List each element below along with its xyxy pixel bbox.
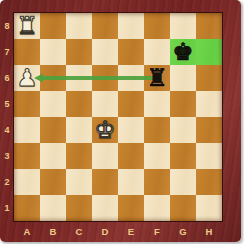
rank-label-7: 7 — [0, 39, 14, 65]
square-g6[interactable] — [170, 65, 196, 91]
file-label-a: A — [14, 221, 40, 239]
square-g2[interactable] — [170, 169, 196, 195]
square-h3[interactable] — [196, 143, 222, 169]
square-f4[interactable] — [144, 117, 170, 143]
rank-label-6: 6 — [0, 65, 14, 91]
square-d2[interactable] — [92, 169, 118, 195]
square-a8[interactable]: ♜ — [14, 13, 40, 39]
square-b3[interactable] — [40, 143, 66, 169]
square-g3[interactable] — [170, 143, 196, 169]
square-e5[interactable] — [118, 91, 144, 117]
square-g8[interactable] — [170, 13, 196, 39]
file-label-h: H — [196, 221, 222, 239]
square-b7[interactable] — [40, 39, 66, 65]
square-a7[interactable] — [14, 39, 40, 65]
chess-diagram: 87654321 ABCDEFGH ♜♚♟♜♚ — [0, 0, 244, 244]
square-b5[interactable] — [40, 91, 66, 117]
square-e3[interactable] — [118, 143, 144, 169]
square-b2[interactable] — [40, 169, 66, 195]
board-grid: ♜♚♟♜♚ — [14, 13, 222, 221]
file-labels: ABCDEFGH — [14, 221, 222, 239]
square-f3[interactable] — [144, 143, 170, 169]
square-c1[interactable] — [66, 195, 92, 221]
board-area: ♜♚♟♜♚ — [14, 13, 222, 221]
square-e4[interactable] — [118, 117, 144, 143]
rank-label-5: 5 — [0, 91, 14, 117]
square-d8[interactable] — [92, 13, 118, 39]
rank-label-3: 3 — [0, 143, 14, 169]
square-e7[interactable] — [118, 39, 144, 65]
square-f2[interactable] — [144, 169, 170, 195]
rank-label-1: 1 — [0, 195, 14, 221]
file-label-g: G — [170, 221, 196, 239]
rank-labels: 87654321 — [0, 13, 14, 221]
black-rook[interactable]: ♜ — [144, 65, 170, 91]
square-e8[interactable] — [118, 13, 144, 39]
square-a3[interactable] — [14, 143, 40, 169]
square-g1[interactable] — [170, 195, 196, 221]
file-label-e: E — [118, 221, 144, 239]
file-label-f: F — [144, 221, 170, 239]
square-h4[interactable] — [196, 117, 222, 143]
square-d3[interactable] — [92, 143, 118, 169]
square-f1[interactable] — [144, 195, 170, 221]
square-f7[interactable] — [144, 39, 170, 65]
square-g5[interactable] — [170, 91, 196, 117]
board-photo: 87654321 ABCDEFGH ♜♚♟♜♚ — [0, 0, 241, 242]
square-h6[interactable] — [196, 65, 222, 91]
square-h5[interactable] — [196, 91, 222, 117]
square-d6[interactable] — [92, 65, 118, 91]
square-b4[interactable] — [40, 117, 66, 143]
square-a6[interactable]: ♟ — [14, 65, 40, 91]
file-label-b: B — [40, 221, 66, 239]
square-b6[interactable] — [40, 65, 66, 91]
square-a2[interactable] — [14, 169, 40, 195]
square-a1[interactable] — [14, 195, 40, 221]
black-king[interactable]: ♚ — [170, 39, 196, 65]
square-c3[interactable] — [66, 143, 92, 169]
square-g7[interactable]: ♚ — [170, 39, 196, 65]
square-c2[interactable] — [66, 169, 92, 195]
white-pawn[interactable]: ♟ — [14, 65, 40, 91]
square-d4[interactable]: ♚ — [92, 117, 118, 143]
rank-label-8: 8 — [0, 13, 14, 39]
rank-label-2: 2 — [0, 169, 14, 195]
rank-label-4: 4 — [0, 117, 14, 143]
white-rook[interactable]: ♜ — [14, 13, 40, 39]
square-g4[interactable] — [170, 117, 196, 143]
file-label-c: C — [66, 221, 92, 239]
white-king[interactable]: ♚ — [92, 117, 118, 143]
square-e6[interactable] — [118, 65, 144, 91]
square-f8[interactable] — [144, 13, 170, 39]
square-e1[interactable] — [118, 195, 144, 221]
square-c7[interactable] — [66, 39, 92, 65]
square-a5[interactable] — [14, 91, 40, 117]
square-b1[interactable] — [40, 195, 66, 221]
square-a4[interactable] — [14, 117, 40, 143]
square-h7[interactable] — [196, 39, 222, 65]
square-c6[interactable] — [66, 65, 92, 91]
square-c4[interactable] — [66, 117, 92, 143]
square-c5[interactable] — [66, 91, 92, 117]
square-d7[interactable] — [92, 39, 118, 65]
square-e2[interactable] — [118, 169, 144, 195]
square-f6[interactable]: ♜ — [144, 65, 170, 91]
square-h8[interactable] — [196, 13, 222, 39]
square-d5[interactable] — [92, 91, 118, 117]
square-h2[interactable] — [196, 169, 222, 195]
square-b8[interactable] — [40, 13, 66, 39]
square-f5[interactable] — [144, 91, 170, 117]
square-c8[interactable] — [66, 13, 92, 39]
file-label-d: D — [92, 221, 118, 239]
square-h1[interactable] — [196, 195, 222, 221]
square-d1[interactable] — [92, 195, 118, 221]
